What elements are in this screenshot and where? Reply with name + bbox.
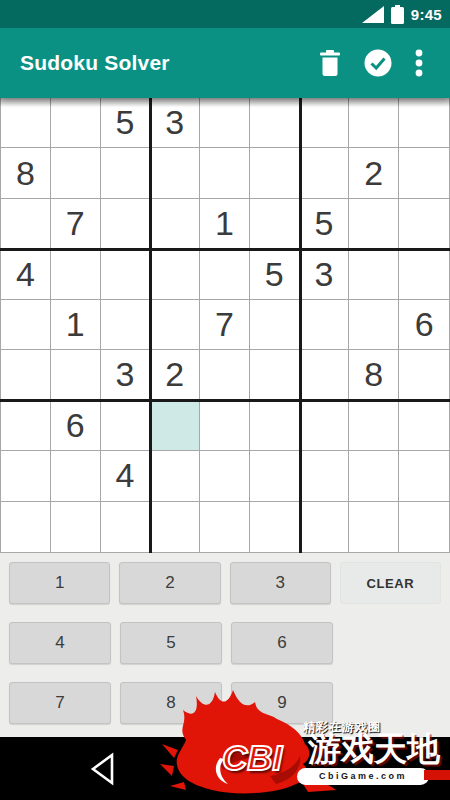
cell-r6c6[interactable]	[250, 350, 300, 400]
cell-r3c8[interactable]	[349, 199, 399, 249]
cell-r3c2[interactable]: 7	[51, 199, 101, 249]
cell-r7c5[interactable]	[200, 401, 250, 451]
cell-r1c7[interactable]	[300, 98, 350, 148]
cell-r7c8[interactable]	[349, 401, 399, 451]
key-6[interactable]: 6	[231, 622, 333, 664]
cell-r3c6[interactable]	[250, 199, 300, 249]
cell-r9c7[interactable]	[300, 502, 350, 552]
sudoku-board: 538271545317632864	[0, 98, 450, 553]
battery-icon	[391, 5, 404, 24]
clock: 9:45	[411, 6, 442, 23]
cell-r7c7[interactable]	[300, 401, 350, 451]
cell-r7c4[interactable]	[150, 401, 200, 451]
cell-r8c8[interactable]	[349, 451, 399, 501]
cell-r3c1[interactable]	[1, 199, 51, 249]
cell-r9c8[interactable]	[349, 502, 399, 552]
cell-r8c6[interactable]	[250, 451, 300, 501]
cell-r8c4[interactable]	[150, 451, 200, 501]
cell-r5c8[interactable]	[349, 300, 399, 350]
cell-r2c4[interactable]	[150, 148, 200, 198]
key-3[interactable]: 3	[230, 562, 331, 604]
cell-r8c5[interactable]	[200, 451, 250, 501]
cell-r9c9[interactable]	[399, 502, 449, 552]
solve-button[interactable]	[354, 39, 402, 87]
cell-r6c8[interactable]: 8	[349, 350, 399, 400]
cell-r4c3[interactable]	[101, 249, 151, 299]
cell-r6c5[interactable]	[200, 350, 250, 400]
cell-r1c9[interactable]	[399, 98, 449, 148]
box-divider-vertical-2	[299, 98, 302, 553]
cell-r8c2[interactable]	[51, 451, 101, 501]
cell-r5c2[interactable]: 1	[51, 300, 101, 350]
cell-r1c2[interactable]	[51, 98, 101, 148]
cell-r2c6[interactable]	[250, 148, 300, 198]
number-keypad: 1 2 3 CLEAR 4 5 6 7 8 9	[0, 553, 450, 738]
overflow-menu-button[interactable]	[402, 39, 436, 87]
cell-r3c3[interactable]	[101, 199, 151, 249]
cell-r8c1[interactable]	[1, 451, 51, 501]
cell-r2c5[interactable]	[200, 148, 250, 198]
key-8[interactable]: 8	[120, 682, 222, 724]
cell-r9c1[interactable]	[1, 502, 51, 552]
cell-r7c9[interactable]	[399, 401, 449, 451]
cell-r2c1[interactable]: 8	[1, 148, 51, 198]
overflow-dots-icon	[415, 49, 423, 77]
clear-button[interactable]: CLEAR	[340, 562, 441, 604]
cell-r9c4[interactable]	[150, 502, 200, 552]
cell-r5c4[interactable]	[150, 300, 200, 350]
back-button[interactable]	[86, 751, 120, 787]
phone-screen: 9:45 Sudoku Solver 538271545317632864	[0, 0, 450, 800]
cell-r1c4[interactable]: 3	[150, 98, 200, 148]
cell-r5c7[interactable]	[300, 300, 350, 350]
delete-button[interactable]	[306, 39, 354, 87]
back-icon	[88, 752, 118, 786]
cell-r2c3[interactable]	[101, 148, 151, 198]
cell-r8c3[interactable]: 4	[101, 451, 151, 501]
cell-r4c5[interactable]	[200, 249, 250, 299]
cell-r3c7[interactable]: 5	[300, 199, 350, 249]
cell-r6c4[interactable]: 2	[150, 350, 200, 400]
cell-r3c4[interactable]	[150, 199, 200, 249]
cell-r4c2[interactable]	[51, 249, 101, 299]
cell-r1c8[interactable]	[349, 98, 399, 148]
cell-r6c2[interactable]	[51, 350, 101, 400]
status-bar: 9:45	[0, 0, 450, 28]
cell-r1c3[interactable]: 5	[101, 98, 151, 148]
signal-icon	[362, 6, 384, 23]
cell-r7c6[interactable]	[250, 401, 300, 451]
cell-r7c1[interactable]	[1, 401, 51, 451]
cell-r5c5[interactable]: 7	[200, 300, 250, 350]
cell-r4c9[interactable]	[399, 249, 449, 299]
cell-r9c6[interactable]	[250, 502, 300, 552]
key-5[interactable]: 5	[120, 622, 222, 664]
cell-r2c8[interactable]: 2	[349, 148, 399, 198]
key-2[interactable]: 2	[119, 562, 220, 604]
cell-r1c6[interactable]	[250, 98, 300, 148]
cell-r1c1[interactable]	[1, 98, 51, 148]
key-4[interactable]: 4	[9, 622, 111, 664]
cell-r9c5[interactable]	[200, 502, 250, 552]
cell-r2c2[interactable]	[51, 148, 101, 198]
cell-r5c9[interactable]: 6	[399, 300, 449, 350]
cell-r7c3[interactable]	[101, 401, 151, 451]
key-7[interactable]: 7	[9, 682, 111, 724]
cell-r4c6[interactable]: 5	[250, 249, 300, 299]
cell-r9c3[interactable]	[101, 502, 151, 552]
cell-r4c1[interactable]: 4	[1, 249, 51, 299]
cell-r6c9[interactable]	[399, 350, 449, 400]
check-circle-icon	[363, 48, 393, 78]
cell-r3c9[interactable]	[399, 199, 449, 249]
key-1[interactable]: 1	[9, 562, 110, 604]
cell-r4c4[interactable]	[150, 249, 200, 299]
cell-r1c5[interactable]	[200, 98, 250, 148]
cell-r2c9[interactable]	[399, 148, 449, 198]
cell-r6c7[interactable]	[300, 350, 350, 400]
cell-r6c3[interactable]: 3	[101, 350, 151, 400]
cell-r9c2[interactable]	[51, 502, 101, 552]
cell-r8c7[interactable]	[300, 451, 350, 501]
cell-r6c1[interactable]	[1, 350, 51, 400]
cell-r3c5[interactable]: 1	[200, 199, 250, 249]
cell-r5c6[interactable]	[250, 300, 300, 350]
cell-r5c3[interactable]	[101, 300, 151, 350]
cell-r4c7[interactable]: 3	[300, 249, 350, 299]
box-divider-vertical-1	[149, 98, 152, 553]
cell-r5c1[interactable]	[1, 300, 51, 350]
android-nav-bar	[0, 737, 450, 800]
cell-r2c7[interactable]	[300, 148, 350, 198]
app-bar: Sudoku Solver	[0, 28, 450, 98]
trash-icon	[319, 50, 341, 77]
box-divider-horizontal-1	[0, 248, 450, 251]
page-title: Sudoku Solver	[20, 51, 306, 75]
cell-r4c8[interactable]	[349, 249, 399, 299]
box-divider-horizontal-2	[0, 399, 450, 402]
cell-r7c2[interactable]: 6	[51, 401, 101, 451]
key-9[interactable]: 9	[231, 682, 333, 724]
cell-r8c9[interactable]	[399, 451, 449, 501]
